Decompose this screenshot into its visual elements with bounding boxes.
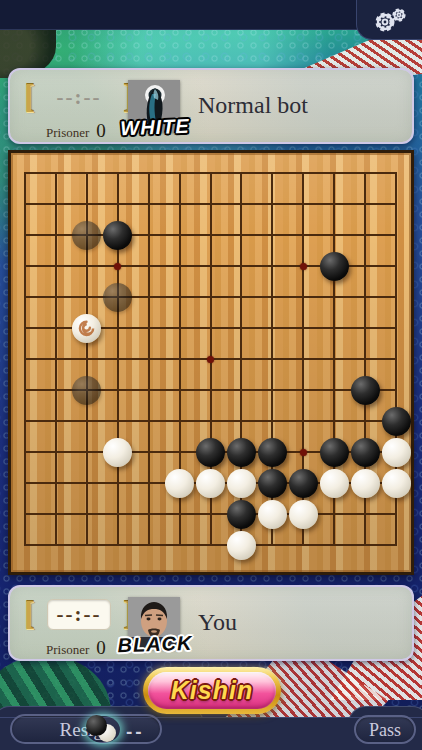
player-name: You	[198, 609, 237, 636]
go-board[interactable]	[8, 150, 414, 575]
white-stone	[227, 531, 256, 560]
opponent-panel: [ --:-- ] Prisoner0 WHITE Normal bot	[8, 68, 414, 144]
white-stone	[351, 469, 380, 498]
black-stone	[258, 469, 287, 498]
white-stone	[289, 500, 318, 529]
opponent-timer-value: --:--	[57, 85, 102, 110]
white-stone	[103, 438, 132, 467]
player-prisoner-count: 0	[96, 637, 106, 658]
timer-bracket: [	[24, 80, 35, 114]
grid-line-horizontal	[24, 420, 397, 422]
opponent-prisoner-row: Prisoner0	[46, 120, 106, 142]
black-stone	[196, 438, 225, 467]
prisoner-label: Prisoner	[46, 642, 89, 657]
go-board-grid[interactable]	[11, 153, 411, 572]
kishin-button-face: Kishin	[148, 672, 276, 709]
kishin-label: Kishin	[171, 676, 253, 705]
timer-bracket: [	[24, 597, 35, 631]
grid-line-horizontal	[24, 544, 397, 546]
black-stone	[351, 438, 380, 467]
white-stone	[227, 469, 256, 498]
black-stone	[320, 438, 349, 467]
star-point	[300, 449, 307, 456]
star-point	[114, 263, 121, 270]
white-stone	[382, 438, 411, 467]
settings-button[interactable]	[356, 0, 422, 40]
ghost-black-stone	[72, 376, 101, 405]
star-point	[207, 356, 214, 363]
black-stone	[258, 438, 287, 467]
move-counter: --	[126, 721, 145, 743]
black-stone	[227, 500, 256, 529]
black-stone	[382, 407, 411, 436]
white-stone	[196, 469, 225, 498]
player-timer: [ --:-- ]	[24, 597, 134, 631]
go-app-screen: [ --:-- ] Prisoner0 WHITE Normal bot [	[0, 0, 422, 750]
kishin-hint-button[interactable]: Kishin	[143, 667, 281, 714]
capture-stones-icon	[84, 714, 126, 746]
player-panel: [ --:-- ] Prisoner0 BLACK You	[8, 585, 414, 661]
prisoner-label: Prisoner	[46, 125, 89, 140]
gears-icon	[368, 5, 412, 35]
white-stone	[258, 500, 287, 529]
white-stone	[72, 314, 101, 343]
opponent-side-label: WHITE	[113, 115, 198, 141]
star-point	[300, 263, 307, 270]
black-stone-icon	[86, 715, 107, 736]
black-stone	[227, 438, 256, 467]
black-stone	[320, 252, 349, 281]
black-stone	[103, 221, 132, 250]
opponent-prisoner-count: 0	[96, 120, 106, 141]
opponent-name: Normal bot	[198, 92, 308, 119]
white-stone	[165, 469, 194, 498]
player-timer-value: --:--	[47, 599, 112, 630]
black-stone	[289, 469, 318, 498]
last-move-swirl-marker	[72, 314, 101, 343]
ghost-black-stone	[72, 221, 101, 250]
black-stone	[351, 376, 380, 405]
player-prisoner-row: Prisoner0	[46, 637, 106, 659]
opponent-timer: [ --:-- ]	[24, 80, 134, 114]
ghost-black-stone	[103, 283, 132, 312]
white-stone	[320, 469, 349, 498]
player-side-label: BLACK	[113, 632, 198, 658]
grid-line-horizontal	[24, 513, 397, 515]
pass-button[interactable]: Pass	[354, 715, 416, 744]
white-stone	[382, 469, 411, 498]
